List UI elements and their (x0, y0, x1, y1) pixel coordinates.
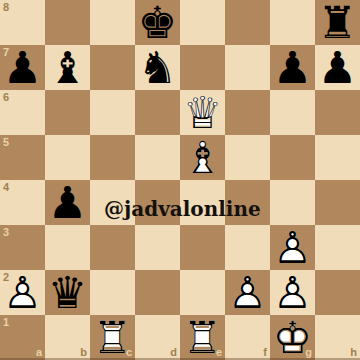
square-b8[interactable] (45, 0, 90, 45)
rank-label: 1 (3, 317, 9, 328)
square-e3[interactable] (180, 225, 225, 270)
square-f6[interactable] (225, 90, 270, 135)
square-f1[interactable]: f (225, 315, 270, 360)
square-g5[interactable] (270, 135, 315, 180)
white-rook-outline: ♖︎ (180, 315, 225, 360)
square-a1[interactable]: 1a (0, 315, 45, 360)
square-e7[interactable] (180, 45, 225, 90)
white-pawn-outline: ♙︎ (270, 270, 315, 315)
white-king-outline: ♔︎ (270, 315, 315, 360)
white-rook-outline: ♖︎ (90, 315, 135, 360)
square-b6[interactable] (45, 90, 90, 135)
square-c7[interactable] (90, 45, 135, 90)
square-d5[interactable] (135, 135, 180, 180)
square-e4[interactable] (180, 180, 225, 225)
black-knight[interactable]: ♞︎ (135, 45, 180, 90)
black-king-glyph: ♚︎ (135, 0, 180, 45)
square-h5[interactable] (315, 135, 360, 180)
chess-board: @jadvalonline 8♚︎♜︎7♟︎♝︎♞︎♟︎♟︎6♛︎♕︎5♝︎♗︎… (0, 0, 360, 360)
square-g6[interactable] (270, 90, 315, 135)
white-queen[interactable]: ♛︎♕︎ (180, 90, 225, 135)
square-a5[interactable]: 5 (0, 135, 45, 180)
black-pawn[interactable]: ♟︎ (45, 180, 90, 225)
square-g7[interactable]: ♟︎ (270, 45, 315, 90)
square-f8[interactable] (225, 0, 270, 45)
white-bishop-outline: ♗︎ (180, 135, 225, 180)
rank-label: 3 (3, 227, 9, 238)
square-c6[interactable] (90, 90, 135, 135)
black-pawn-glyph: ♟︎ (45, 180, 90, 225)
black-bishop[interactable]: ♝︎ (45, 45, 90, 90)
black-queen[interactable]: ♛︎ (45, 270, 90, 315)
square-a8[interactable]: 8 (0, 0, 45, 45)
square-d3[interactable] (135, 225, 180, 270)
white-rook[interactable]: ♜︎♖︎ (90, 315, 135, 360)
rank-label: 5 (3, 137, 9, 148)
rank-label: 6 (3, 92, 9, 103)
square-b4[interactable]: ♟︎ (45, 180, 90, 225)
square-g1[interactable]: g♚︎♔︎ (270, 315, 315, 360)
black-pawn-glyph: ♟︎ (0, 45, 45, 90)
square-c4[interactable] (90, 180, 135, 225)
square-d1[interactable]: d (135, 315, 180, 360)
black-queen-glyph: ♛︎ (45, 270, 90, 315)
square-e1[interactable]: e♜︎♖︎ (180, 315, 225, 360)
square-f4[interactable] (225, 180, 270, 225)
square-e8[interactable] (180, 0, 225, 45)
square-f3[interactable] (225, 225, 270, 270)
file-label: h (350, 347, 357, 358)
square-d7[interactable]: ♞︎ (135, 45, 180, 90)
square-b7[interactable]: ♝︎ (45, 45, 90, 90)
black-pawn[interactable]: ♟︎ (0, 45, 45, 90)
square-h6[interactable] (315, 90, 360, 135)
file-label: d (170, 347, 177, 358)
black-king[interactable]: ♚︎ (135, 0, 180, 45)
square-c8[interactable] (90, 0, 135, 45)
square-c5[interactable] (90, 135, 135, 180)
white-king[interactable]: ♚︎♔︎ (270, 315, 315, 360)
white-rook[interactable]: ♜︎♖︎ (180, 315, 225, 360)
black-rook-glyph: ♜︎ (315, 0, 360, 45)
white-queen-outline: ♕︎ (180, 90, 225, 135)
square-d6[interactable] (135, 90, 180, 135)
white-pawn-outline: ♙︎ (225, 270, 270, 315)
square-f2[interactable]: ♟︎♙︎ (225, 270, 270, 315)
square-e6[interactable]: ♛︎♕︎ (180, 90, 225, 135)
square-d2[interactable] (135, 270, 180, 315)
square-h8[interactable]: ♜︎ (315, 0, 360, 45)
square-b2[interactable]: ♛︎ (45, 270, 90, 315)
square-a4[interactable]: 4 (0, 180, 45, 225)
square-e2[interactable] (180, 270, 225, 315)
black-bishop-glyph: ♝︎ (45, 45, 90, 90)
white-pawn[interactable]: ♟︎♙︎ (225, 270, 270, 315)
square-h2[interactable] (315, 270, 360, 315)
black-pawn-glyph: ♟︎ (270, 45, 315, 90)
square-a7[interactable]: 7♟︎ (0, 45, 45, 90)
square-f5[interactable] (225, 135, 270, 180)
square-b1[interactable]: b (45, 315, 90, 360)
square-b3[interactable] (45, 225, 90, 270)
square-g3[interactable]: ♟︎♙︎ (270, 225, 315, 270)
square-e5[interactable]: ♝︎♗︎ (180, 135, 225, 180)
file-label: a (36, 347, 42, 358)
square-h3[interactable] (315, 225, 360, 270)
square-g4[interactable] (270, 180, 315, 225)
square-h1[interactable]: h (315, 315, 360, 360)
square-g8[interactable] (270, 0, 315, 45)
square-d8[interactable]: ♚︎ (135, 0, 180, 45)
square-b5[interactable] (45, 135, 90, 180)
square-a6[interactable]: 6 (0, 90, 45, 135)
white-pawn-outline: ♙︎ (270, 225, 315, 270)
black-rook[interactable]: ♜︎ (315, 0, 360, 45)
white-pawn[interactable]: ♟︎♙︎ (270, 270, 315, 315)
black-knight-glyph: ♞︎ (135, 45, 180, 90)
file-label: f (263, 347, 267, 358)
square-c2[interactable] (90, 270, 135, 315)
black-pawn[interactable]: ♟︎ (270, 45, 315, 90)
rank-label: 4 (3, 182, 9, 193)
square-d4[interactable] (135, 180, 180, 225)
white-pawn[interactable]: ♟︎♙︎ (270, 225, 315, 270)
square-g2[interactable]: ♟︎♙︎ (270, 270, 315, 315)
square-c1[interactable]: c♜︎♖︎ (90, 315, 135, 360)
square-c3[interactable] (90, 225, 135, 270)
white-pawn-outline: ♙︎ (0, 270, 45, 315)
white-pawn[interactable]: ♟︎♙︎ (0, 270, 45, 315)
black-pawn[interactable]: ♟︎ (315, 45, 360, 90)
rank-label: 8 (3, 2, 9, 13)
white-bishop[interactable]: ♝︎♗︎ (180, 135, 225, 180)
square-a2[interactable]: 2♟︎♙︎ (0, 270, 45, 315)
black-pawn-glyph: ♟︎ (315, 45, 360, 90)
square-a3[interactable]: 3 (0, 225, 45, 270)
square-f7[interactable] (225, 45, 270, 90)
square-h4[interactable] (315, 180, 360, 225)
file-label: b (80, 347, 87, 358)
square-h7[interactable]: ♟︎ (315, 45, 360, 90)
